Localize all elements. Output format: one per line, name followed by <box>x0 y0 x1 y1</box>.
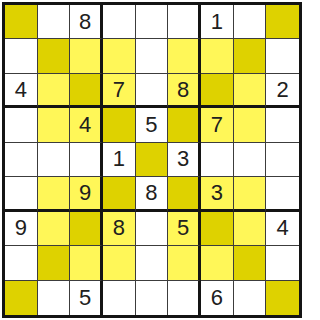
given-digit: 5 <box>79 287 91 309</box>
cell-r2c9[interactable] <box>266 39 299 73</box>
cell-r5c7[interactable] <box>201 143 234 177</box>
cell-r2c8[interactable] <box>234 39 267 73</box>
cell-r8c7[interactable] <box>201 246 234 280</box>
given-digit: 8 <box>113 217 125 239</box>
cell-r6c1[interactable] <box>5 177 38 211</box>
cell-r7c1: 9 <box>5 212 38 246</box>
cell-r5c3[interactable] <box>70 143 103 177</box>
cell-r9c4[interactable] <box>103 281 136 315</box>
cell-r2c5[interactable] <box>136 39 169 73</box>
cell-r8c9[interactable] <box>266 246 299 280</box>
cell-r4c6[interactable] <box>168 108 201 142</box>
cell-r4c1[interactable] <box>5 108 38 142</box>
given-digit: 4 <box>277 217 289 239</box>
cell-r6c8[interactable] <box>234 177 267 211</box>
cell-r5c9[interactable] <box>266 143 299 177</box>
cell-r6c7: 3 <box>201 177 234 211</box>
cell-r7c8[interactable] <box>234 212 267 246</box>
cell-r1c2[interactable] <box>38 5 71 39</box>
cell-r9c8[interactable] <box>234 281 267 315</box>
cell-r3c5[interactable] <box>136 74 169 108</box>
cell-r3c6: 8 <box>168 74 201 108</box>
page: { "game": "sudoku", "variant": "argyle (… <box>0 0 320 320</box>
cell-r9c9[interactable] <box>266 281 299 315</box>
cell-r4c4[interactable] <box>103 108 136 142</box>
cell-r8c5[interactable] <box>136 246 169 280</box>
cell-r6c5: 8 <box>136 177 169 211</box>
given-digit: 7 <box>211 114 223 136</box>
cell-r8c6[interactable] <box>168 246 201 280</box>
cell-r3c2[interactable] <box>38 74 71 108</box>
given-digit: 3 <box>211 182 223 204</box>
cell-r9c2[interactable] <box>38 281 71 315</box>
cell-r9c6[interactable] <box>168 281 201 315</box>
given-digit: 9 <box>15 217 27 239</box>
cell-r5c6: 3 <box>168 143 201 177</box>
cell-r1c5[interactable] <box>136 5 169 39</box>
cell-r2c2[interactable] <box>38 39 71 73</box>
cell-r4c8[interactable] <box>234 108 267 142</box>
cell-r6c2[interactable] <box>38 177 71 211</box>
cell-r1c6[interactable] <box>168 5 201 39</box>
cell-r6c4[interactable] <box>103 177 136 211</box>
cell-r3c1: 4 <box>5 74 38 108</box>
cell-r5c5[interactable] <box>136 143 169 177</box>
given-digit: 4 <box>15 79 27 101</box>
cell-r1c1[interactable] <box>5 5 38 39</box>
puzzle-frame: 81478245713983985456 <box>0 0 304 320</box>
given-digit: 8 <box>145 182 157 204</box>
given-digit: 2 <box>277 79 289 101</box>
cell-r9c7: 6 <box>201 281 234 315</box>
cell-r9c5[interactable] <box>136 281 169 315</box>
cell-r5c2[interactable] <box>38 143 71 177</box>
cell-r8c2[interactable] <box>38 246 71 280</box>
cell-r1c7: 1 <box>201 5 234 39</box>
sudoku-board: 81478245713983985456 <box>2 2 302 318</box>
cell-r5c1[interactable] <box>5 143 38 177</box>
cell-r8c1[interactable] <box>5 246 38 280</box>
cell-r4c7: 7 <box>201 108 234 142</box>
cell-r2c1[interactable] <box>5 39 38 73</box>
cell-r1c3: 8 <box>70 5 103 39</box>
given-digit: 5 <box>177 217 189 239</box>
cell-r8c8[interactable] <box>234 246 267 280</box>
cell-r4c9[interactable] <box>266 108 299 142</box>
given-digit: 8 <box>177 79 189 101</box>
cell-r8c3[interactable] <box>70 246 103 280</box>
cell-r7c7[interactable] <box>201 212 234 246</box>
cell-r2c4[interactable] <box>103 39 136 73</box>
cell-r1c9[interactable] <box>266 5 299 39</box>
given-digit: 3 <box>177 148 189 170</box>
cell-r7c3[interactable] <box>70 212 103 246</box>
given-digit: 1 <box>211 11 223 33</box>
cell-r1c4[interactable] <box>103 5 136 39</box>
cell-r9c1[interactable] <box>5 281 38 315</box>
cell-r9c3: 5 <box>70 281 103 315</box>
given-digit: 1 <box>113 148 125 170</box>
cell-r8c4[interactable] <box>103 246 136 280</box>
cell-r7c4: 8 <box>103 212 136 246</box>
cell-r2c7[interactable] <box>201 39 234 73</box>
given-digit: 6 <box>211 287 223 309</box>
given-digit: 4 <box>79 114 91 136</box>
cell-r1c8[interactable] <box>234 5 267 39</box>
cell-r5c8[interactable] <box>234 143 267 177</box>
cell-r6c6[interactable] <box>168 177 201 211</box>
given-digit: 9 <box>79 182 91 204</box>
cell-r7c6: 5 <box>168 212 201 246</box>
cell-r3c3[interactable] <box>70 74 103 108</box>
cell-r4c3: 4 <box>70 108 103 142</box>
cell-r3c9: 2 <box>266 74 299 108</box>
cell-r4c2[interactable] <box>38 108 71 142</box>
given-digit: 7 <box>113 79 125 101</box>
cell-r7c9: 4 <box>266 212 299 246</box>
cell-r7c5[interactable] <box>136 212 169 246</box>
cell-r3c4: 7 <box>103 74 136 108</box>
cell-r3c7[interactable] <box>201 74 234 108</box>
cell-r3c8[interactable] <box>234 74 267 108</box>
cell-r6c9[interactable] <box>266 177 299 211</box>
cell-r2c6[interactable] <box>168 39 201 73</box>
cell-r6c3: 9 <box>70 177 103 211</box>
cell-r5c4: 1 <box>103 143 136 177</box>
given-digit: 8 <box>79 11 91 33</box>
cell-r7c2[interactable] <box>38 212 71 246</box>
cell-r2c3[interactable] <box>70 39 103 73</box>
given-digit: 5 <box>145 114 157 136</box>
cell-r4c5: 5 <box>136 108 169 142</box>
